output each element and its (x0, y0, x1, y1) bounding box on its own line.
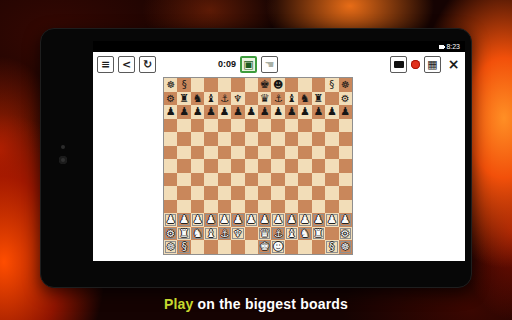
board-square[interactable] (204, 78, 217, 92)
white-pawn: ♟ (312, 213, 325, 227)
board-square[interactable]: ⚙ (164, 92, 177, 106)
game-timer: 0:09 (218, 56, 236, 73)
board-square[interactable] (231, 78, 244, 92)
white-queen: ♛ (258, 227, 271, 241)
board-square[interactable]: ♟ (177, 213, 190, 227)
front-camera-icon (61, 145, 65, 149)
caption-text: on the biggest boards (194, 296, 349, 312)
board-square[interactable] (285, 132, 298, 146)
white-pawn: ♟ (191, 213, 204, 227)
board-square[interactable] (218, 173, 231, 187)
board-square[interactable]: ♟ (258, 105, 271, 119)
board-square[interactable]: ♟ (312, 105, 325, 119)
board-square[interactable]: ⚓ (218, 92, 231, 106)
white-pawn: ♟ (231, 213, 244, 227)
board-square[interactable] (218, 119, 231, 133)
board-square[interactable] (245, 173, 258, 187)
board-square[interactable]: ⚓ (218, 227, 231, 241)
board-square[interactable] (298, 132, 311, 146)
white-ship: ⚓ (271, 227, 284, 241)
white-serpent: § (177, 240, 190, 254)
board-square[interactable]: ♟ (298, 213, 311, 227)
board-square[interactable]: ♟ (164, 213, 177, 227)
white-pawn: ♟ (271, 213, 284, 227)
board-square[interactable]: § (325, 240, 338, 254)
board-square[interactable] (164, 200, 177, 214)
board-square[interactable] (164, 186, 177, 200)
caption-highlight: Play (164, 296, 194, 312)
black-rook: ♜ (177, 92, 190, 106)
board-square[interactable]: ⚓ (271, 227, 284, 241)
board-square[interactable] (191, 119, 204, 133)
board-square[interactable]: ⚓ (271, 92, 284, 106)
battery-icon (439, 45, 444, 49)
board-square[interactable]: ♟ (204, 105, 217, 119)
white-bishop: ♝ (204, 227, 217, 241)
board-square[interactable]: ♞ (298, 227, 311, 241)
board-square[interactable]: ☸ (339, 240, 352, 254)
board-square[interactable] (312, 173, 325, 187)
board-square[interactable]: ⚙ (164, 227, 177, 241)
black-pawn: ♟ (325, 105, 338, 119)
black-knight: ♞ (191, 92, 204, 106)
board-square[interactable]: ♟ (218, 213, 231, 227)
board-square[interactable] (298, 240, 311, 254)
refresh-button[interactable]: ↻ (139, 56, 156, 73)
white-eagle: ♆ (231, 227, 244, 241)
back-button[interactable]: < (118, 56, 135, 73)
white-pawn: ♟ (245, 213, 258, 227)
board-square[interactable] (245, 159, 258, 173)
board-square[interactable] (271, 173, 284, 187)
board-square[interactable] (339, 132, 352, 146)
board-square[interactable] (312, 119, 325, 133)
board-square[interactable]: ♟ (231, 213, 244, 227)
board-square[interactable]: ♜ (312, 227, 325, 241)
board-square[interactable] (325, 119, 338, 133)
board-square[interactable] (191, 132, 204, 146)
board-square[interactable]: ♟ (339, 105, 352, 119)
board-square[interactable] (325, 186, 338, 200)
board-square[interactable] (245, 240, 258, 254)
board-square[interactable] (325, 159, 338, 173)
board-square[interactable] (271, 159, 284, 173)
board-square[interactable] (191, 173, 204, 187)
board-square[interactable] (204, 132, 217, 146)
white-pawn: ♟ (298, 213, 311, 227)
board-square[interactable] (325, 92, 338, 106)
white-pawn: ♟ (258, 213, 271, 227)
board-square[interactable] (298, 186, 311, 200)
black-ship: ⚓ (218, 92, 231, 106)
board-square[interactable]: ♟ (218, 105, 231, 119)
board-square[interactable] (271, 119, 284, 133)
board-square[interactable] (325, 200, 338, 214)
white-king: ♚ (258, 240, 271, 254)
board-square[interactable] (204, 146, 217, 160)
board-square[interactable] (177, 146, 190, 160)
board-square[interactable]: ♜ (177, 92, 190, 106)
white-pawn: ♟ (164, 213, 177, 227)
black-pawn: ♟ (177, 105, 190, 119)
board-square[interactable]: ♚ (258, 240, 271, 254)
board-square[interactable] (177, 132, 190, 146)
board-square[interactable]: ⚙ (339, 227, 352, 241)
white-cannon: ⚙ (339, 227, 352, 241)
board-square[interactable]: ☸ (164, 240, 177, 254)
board-square[interactable] (204, 186, 217, 200)
board-square[interactable] (312, 186, 325, 200)
board-square[interactable] (231, 132, 244, 146)
board-square[interactable] (164, 132, 177, 146)
android-status-bar: 8:23 (93, 41, 465, 52)
board-square[interactable] (271, 132, 284, 146)
black-pawn: ♟ (191, 105, 204, 119)
video-button[interactable] (390, 56, 407, 73)
promo-caption: Play on the biggest boards (0, 290, 512, 320)
board-square[interactable]: § (325, 78, 338, 92)
video-icon (394, 61, 404, 68)
board-square[interactable] (285, 240, 298, 254)
board-square[interactable] (298, 146, 311, 160)
board-square[interactable] (164, 146, 177, 160)
black-eagle: ♆ (231, 92, 244, 106)
black-bishop: ♝ (204, 92, 217, 106)
board-square[interactable]: ♟ (204, 213, 217, 227)
front-camera-lens (59, 156, 67, 164)
board-square[interactable] (218, 186, 231, 200)
white-pawn: ♟ (177, 213, 190, 227)
board-square[interactable] (298, 119, 311, 133)
black-pawn: ♟ (271, 105, 284, 119)
board-square[interactable]: ♟ (245, 213, 258, 227)
board-square[interactable] (164, 119, 177, 133)
board-square[interactable] (285, 78, 298, 92)
white-bombard: ☸ (339, 240, 352, 254)
white-pawn: ♟ (218, 213, 231, 227)
board-square[interactable]: ⚙ (339, 92, 352, 106)
menu-button[interactable]: ≡ (97, 56, 114, 73)
board-square[interactable] (204, 200, 217, 214)
board-square[interactable]: ♟ (231, 105, 244, 119)
black-bombard: ☸ (164, 78, 177, 92)
white-rook: ♜ (177, 227, 190, 241)
board-square[interactable] (177, 159, 190, 173)
board-square[interactable] (231, 200, 244, 214)
white-knight: ♞ (298, 227, 311, 241)
board-square[interactable]: ♟ (258, 213, 271, 227)
board-square[interactable]: ♝ (204, 227, 217, 241)
black-pawn: ♟ (164, 105, 177, 119)
black-rook: ♜ (312, 92, 325, 106)
board-square[interactable] (191, 146, 204, 160)
board-square[interactable] (285, 186, 298, 200)
board-square[interactable]: ♟ (285, 213, 298, 227)
board-square[interactable] (164, 159, 177, 173)
board-square[interactable] (285, 173, 298, 187)
flame-background: 8:23 ≡ < ↻ 0:09 ▣ ☚ ▦ × (0, 0, 512, 320)
white-pawn: ♟ (339, 213, 352, 227)
board-square[interactable]: ☸ (164, 78, 177, 92)
white-bishop: ♝ (285, 227, 298, 241)
board-square[interactable]: ♟ (325, 105, 338, 119)
board-square[interactable] (258, 119, 271, 133)
board-square[interactable] (245, 146, 258, 160)
black-pawn: ♟ (285, 105, 298, 119)
board-square[interactable]: ♜ (177, 227, 190, 241)
board-square[interactable]: ♚ (258, 78, 271, 92)
board-square[interactable] (312, 240, 325, 254)
white-pawn: ♟ (204, 213, 217, 227)
board-square[interactable]: ♟ (164, 105, 177, 119)
white-serpent: § (325, 240, 338, 254)
board-square[interactable] (231, 240, 244, 254)
board-square[interactable] (271, 200, 284, 214)
toolbar-center-group: 0:09 ▣ ☚ (218, 56, 278, 73)
board-square[interactable]: ♝ (285, 227, 298, 241)
hand-icon: ☚ (265, 58, 275, 71)
board-square[interactable]: ♞ (298, 92, 311, 106)
board-square[interactable] (339, 200, 352, 214)
board-square[interactable]: ♞ (191, 92, 204, 106)
board-square[interactable] (298, 159, 311, 173)
board-square[interactable] (231, 173, 244, 187)
white-pawn: ♟ (285, 213, 298, 227)
black-cannon: ⚙ (339, 92, 352, 106)
board-square[interactable] (204, 119, 217, 133)
board-square[interactable]: ☻ (271, 240, 284, 254)
board-square[interactable]: ♆ (231, 92, 244, 106)
board-square[interactable] (258, 200, 271, 214)
board-square[interactable] (177, 200, 190, 214)
black-pawn: ♟ (258, 105, 271, 119)
board-square[interactable]: § (177, 240, 190, 254)
board-square[interactable] (258, 173, 271, 187)
board-square[interactable] (325, 173, 338, 187)
board-square[interactable] (191, 78, 204, 92)
black-pawn: ♟ (218, 105, 231, 119)
toolbar-right-group: ▦ × (390, 56, 462, 73)
black-pawn: ♟ (204, 105, 217, 119)
board-square[interactable] (231, 146, 244, 160)
board-square[interactable] (245, 78, 258, 92)
black-pawn: ♟ (231, 105, 244, 119)
board-square[interactable] (218, 132, 231, 146)
board-square[interactable] (177, 119, 190, 133)
board-square[interactable]: ♟ (339, 213, 352, 227)
board-square[interactable]: ♞ (191, 227, 204, 241)
board-square[interactable] (298, 78, 311, 92)
board-square[interactable] (204, 173, 217, 187)
black-ship: ⚓ (271, 92, 284, 106)
board-square[interactable] (271, 186, 284, 200)
red-record-badge (411, 60, 420, 69)
black-serpent: § (177, 78, 190, 92)
board-square[interactable] (339, 186, 352, 200)
board-square[interactable] (245, 200, 258, 214)
board-square[interactable] (245, 186, 258, 200)
board-square[interactable] (245, 227, 258, 241)
board-square[interactable]: ♟ (245, 105, 258, 119)
board-square[interactable] (258, 186, 271, 200)
board-square[interactable]: ♟ (191, 213, 204, 227)
board-square[interactable] (339, 146, 352, 160)
board-square[interactable] (312, 78, 325, 92)
board-square[interactable]: ☸ (339, 78, 352, 92)
board-square[interactable] (245, 119, 258, 133)
board-square[interactable]: ♝ (285, 92, 298, 106)
board-square[interactable] (312, 200, 325, 214)
white-cannon: ⚙ (164, 227, 177, 241)
app-screen: 8:23 ≡ < ↻ 0:09 ▣ ☚ ▦ × (93, 41, 465, 261)
board-square[interactable] (339, 119, 352, 133)
black-bishop: ♝ (285, 92, 298, 106)
clock-button[interactable]: ▣ (240, 56, 257, 73)
board-square[interactable] (218, 159, 231, 173)
board-theme-button[interactable]: ▦ (424, 56, 441, 73)
black-pawn: ♟ (298, 105, 311, 119)
board-square[interactable] (298, 173, 311, 187)
board-square[interactable] (325, 132, 338, 146)
board-square[interactable]: ♟ (191, 105, 204, 119)
board-square[interactable] (191, 240, 204, 254)
board-square[interactable] (245, 92, 258, 106)
status-clock: 8:23 (446, 43, 460, 50)
board-square[interactable]: ♟ (271, 105, 284, 119)
board-square[interactable] (312, 146, 325, 160)
board-square[interactable] (339, 173, 352, 187)
board-square[interactable]: ♜ (312, 92, 325, 106)
board-square[interactable]: ♟ (271, 213, 284, 227)
board-square[interactable] (177, 186, 190, 200)
board-square[interactable]: ♛ (258, 227, 271, 241)
black-knight: ♞ (298, 92, 311, 106)
board-square[interactable]: ♟ (312, 213, 325, 227)
board-square[interactable] (285, 200, 298, 214)
board-square[interactable]: ♟ (177, 105, 190, 119)
board-square[interactable] (285, 119, 298, 133)
board-square[interactable] (231, 159, 244, 173)
board-square[interactable] (298, 200, 311, 214)
board-square[interactable]: ☻ (271, 78, 284, 92)
board-square[interactable] (258, 132, 271, 146)
board-square[interactable] (325, 146, 338, 160)
black-cannon: ⚙ (164, 92, 177, 106)
white-rook: ♜ (312, 227, 325, 241)
board-square[interactable] (258, 146, 271, 160)
tablet-frame: 8:23 ≡ < ↻ 0:09 ▣ ☚ ▦ × (40, 28, 472, 288)
board-square[interactable] (191, 200, 204, 214)
board-square[interactable] (218, 78, 231, 92)
board-square[interactable] (285, 146, 298, 160)
board-square[interactable]: ♛ (258, 92, 271, 106)
hint-hand-button[interactable]: ☚ (261, 56, 278, 73)
board-square[interactable] (245, 132, 258, 146)
board-square[interactable] (312, 132, 325, 146)
black-serpent: § (325, 78, 338, 92)
board-square[interactable]: ♟ (298, 105, 311, 119)
board-square[interactable] (258, 159, 271, 173)
board-square[interactable] (191, 159, 204, 173)
board-square[interactable] (231, 119, 244, 133)
black-bombard: ☸ (339, 78, 352, 92)
board-square[interactable]: ♆ (231, 227, 244, 241)
white-lion: ☻ (271, 240, 284, 254)
white-ship: ⚓ (218, 227, 231, 241)
board-square[interactable] (312, 159, 325, 173)
board-square[interactable] (218, 146, 231, 160)
app-toolbar: ≡ < ↻ 0:09 ▣ ☚ ▦ × (93, 52, 465, 78)
black-pawn: ♟ (339, 105, 352, 119)
white-pawn: ♟ (325, 213, 338, 227)
board: ☸§♚☻§☸⚙♜♞♝⚓♆♛⚓♝♞♜⚙♟♟♟♟♟♟♟♟♟♟♟♟♟♟♟♟♟♟♟♟♟♟… (163, 77, 353, 255)
board-square[interactable] (325, 227, 338, 241)
black-pawn: ♟ (245, 105, 258, 119)
board-square[interactable] (218, 240, 231, 254)
toolbar-left-group: ≡ < ↻ (97, 56, 156, 73)
board-square[interactable]: ♟ (285, 105, 298, 119)
black-pawn: ♟ (312, 105, 325, 119)
board-square[interactable]: ♝ (204, 92, 217, 106)
black-king: ♚ (258, 78, 271, 92)
close-button[interactable]: × (445, 56, 462, 73)
board-square[interactable] (339, 159, 352, 173)
board-square[interactable] (231, 186, 244, 200)
black-lion: ☻ (271, 78, 284, 92)
white-bombard: ☸ (164, 240, 177, 254)
board-square[interactable]: § (177, 78, 190, 92)
board-square[interactable] (164, 173, 177, 187)
white-knight: ♞ (191, 227, 204, 241)
board-square[interactable] (218, 200, 231, 214)
board-square[interactable] (285, 159, 298, 173)
board-square[interactable] (204, 159, 217, 173)
board-square[interactable] (271, 146, 284, 160)
board-square[interactable] (177, 173, 190, 187)
board-square[interactable] (204, 240, 217, 254)
black-queen: ♛ (258, 92, 271, 106)
board-square[interactable]: ♟ (325, 213, 338, 227)
board-square[interactable] (191, 186, 204, 200)
